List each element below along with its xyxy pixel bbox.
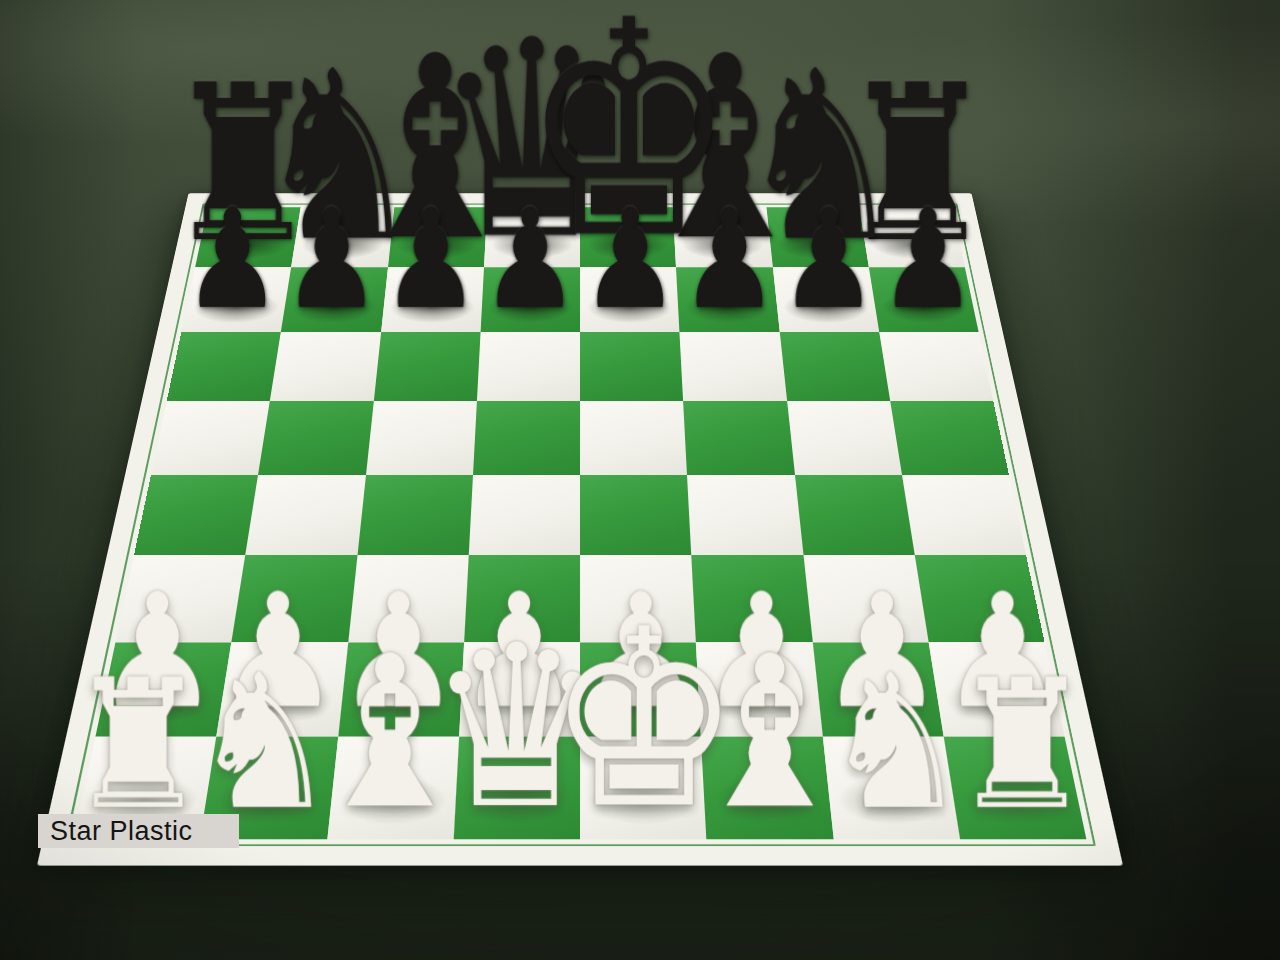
- square-b7: ♟: [281, 267, 387, 331]
- square-d3: [464, 555, 580, 642]
- square-f7: ♟: [676, 267, 779, 331]
- piece-contact-shadow: [349, 679, 453, 723]
- square-c5: [366, 401, 477, 475]
- square-a7: ♟: [181, 267, 291, 331]
- square-f5: [683, 401, 794, 475]
- square-d6: [477, 332, 580, 401]
- piece-contact-shadow: [713, 776, 821, 824]
- piece-contact-shadow: [396, 231, 478, 259]
- piece-contact-shadow: [826, 679, 932, 723]
- black-rook: ♜: [840, 56, 995, 272]
- square-h4: [902, 475, 1026, 555]
- square-g1: ♞: [822, 736, 960, 839]
- square-f2: ♟: [696, 642, 822, 736]
- square-d2: ♟: [459, 642, 580, 736]
- piece-contact-shadow: [290, 293, 377, 323]
- square-h7: ♟: [869, 267, 979, 331]
- square-c8: ♝: [388, 207, 487, 267]
- square-a2: ♟: [95, 642, 231, 736]
- square-c4: [357, 475, 473, 555]
- piece-contact-shadow: [880, 293, 968, 323]
- piece-contact-shadow: [228, 679, 334, 723]
- piece-contact-shadow: [836, 776, 947, 824]
- square-d8: ♛: [484, 207, 580, 267]
- square-g4: [795, 475, 915, 555]
- square-c7: ♟: [381, 267, 484, 331]
- square-e6: [580, 332, 683, 401]
- piece-contact-shadow: [588, 293, 671, 323]
- brand-watermark: Star Plastic: [38, 814, 239, 848]
- square-h8: ♜: [859, 207, 965, 267]
- square-e3: [580, 555, 696, 642]
- piece-contact-shadow: [338, 776, 446, 824]
- square-a3: [116, 555, 246, 642]
- piece-contact-shadow: [464, 776, 570, 824]
- piece-contact-shadow: [469, 679, 570, 723]
- piece-contact-shadow: [489, 293, 572, 323]
- square-d5: [473, 401, 580, 475]
- square-g7: ♟: [772, 267, 878, 331]
- square-h1: ♜: [943, 736, 1086, 839]
- square-b8: ♞: [291, 207, 394, 267]
- square-h2: ♟: [928, 642, 1064, 736]
- square-g2: ♟: [812, 642, 943, 736]
- square-c2: ♟: [338, 642, 464, 736]
- square-b6: [270, 332, 381, 401]
- square-g8: ♞: [766, 207, 869, 267]
- piece-contact-shadow: [589, 679, 690, 723]
- square-h5: [890, 401, 1009, 475]
- square-e1: ♚: [580, 736, 707, 839]
- square-e2: ♟: [580, 642, 701, 736]
- square-f6: [680, 332, 787, 401]
- square-c6: [373, 332, 480, 401]
- square-e4: [580, 475, 692, 555]
- square-a5: [151, 401, 270, 475]
- square-d7: ♟: [480, 267, 580, 331]
- square-d4: [468, 475, 580, 555]
- square-c3: [348, 555, 469, 642]
- chess-board: ♜♞♝♛♚♝♞♜♟♟♟♟♟♟♟♟♟♟♟♟♟♟♟♟♜♞♝♛♚♝♞♜: [37, 193, 1123, 865]
- square-a4: [134, 475, 258, 555]
- piece-contact-shadow: [944, 679, 1052, 723]
- piece-contact-shadow: [960, 776, 1074, 824]
- square-e5: [580, 401, 687, 475]
- square-g6: [779, 332, 890, 401]
- piece-contact-shadow: [300, 231, 384, 259]
- square-f1: ♝: [701, 736, 833, 839]
- square-g5: [787, 401, 902, 475]
- square-e7: ♟: [580, 267, 680, 331]
- square-f3: [692, 555, 813, 642]
- piece-contact-shadow: [870, 231, 955, 259]
- chess-set-photo: ♜♞♝♛♚♝♞♜♟♟♟♟♟♟♟♟♟♟♟♟♟♟♟♟♜♞♝♛♚♝♞♜ Star Pl…: [0, 0, 1280, 960]
- piece-contact-shadow: [682, 231, 764, 259]
- square-g3: [803, 555, 928, 642]
- square-b2: ♟: [217, 642, 348, 736]
- square-b5: [258, 401, 373, 475]
- piece-contact-shadow: [390, 293, 475, 323]
- piece-contact-shadow: [588, 231, 669, 259]
- board-scene: ♜♞♝♛♚♝♞♜♟♟♟♟♟♟♟♟♟♟♟♟♟♟♟♟♜♞♝♛♚♝♞♜: [125, 20, 1035, 930]
- square-c1: ♝: [327, 736, 459, 839]
- square-a8: ♜: [195, 207, 301, 267]
- brand-watermark-text: Star Plastic: [50, 816, 193, 847]
- square-e8: ♚: [580, 207, 676, 267]
- square-h3: [915, 555, 1045, 642]
- piece-contact-shadow: [205, 231, 290, 259]
- piece-contact-shadow: [783, 293, 870, 323]
- board-grid: ♜♞♝♛♚♝♞♜♟♟♟♟♟♟♟♟♟♟♟♟♟♟♟♟♜♞♝♛♚♝♞♜: [74, 207, 1087, 839]
- piece-contact-shadow: [492, 231, 573, 259]
- piece-contact-shadow: [191, 293, 279, 323]
- square-b4: [245, 475, 365, 555]
- piece-contact-shadow: [590, 776, 696, 824]
- piece-contact-shadow: [708, 679, 812, 723]
- square-f8: ♝: [673, 207, 772, 267]
- piece-contact-shadow: [685, 293, 770, 323]
- square-b3: [232, 555, 357, 642]
- square-d1: ♛: [453, 736, 580, 839]
- square-f4: [687, 475, 803, 555]
- square-a6: [167, 332, 281, 401]
- piece-contact-shadow: [108, 679, 216, 723]
- square-h6: [879, 332, 993, 401]
- piece-contact-shadow: [776, 231, 860, 259]
